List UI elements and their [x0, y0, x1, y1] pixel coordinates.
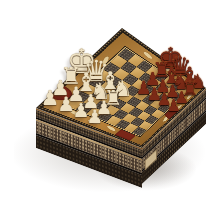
leaf-inlay	[106, 125, 116, 131]
chess-set-product-photo: ♚♛♝♞♜♝♞♜♟♟♟♟♟♟♟♟♚♛♝♞♜♝♞♜♟♟♟♟♟♟♟♟	[0, 0, 220, 200]
piece-white-pawn[interactable]: ♟	[77, 90, 113, 126]
piece-red-pawn[interactable]: ♟	[156, 78, 192, 114]
